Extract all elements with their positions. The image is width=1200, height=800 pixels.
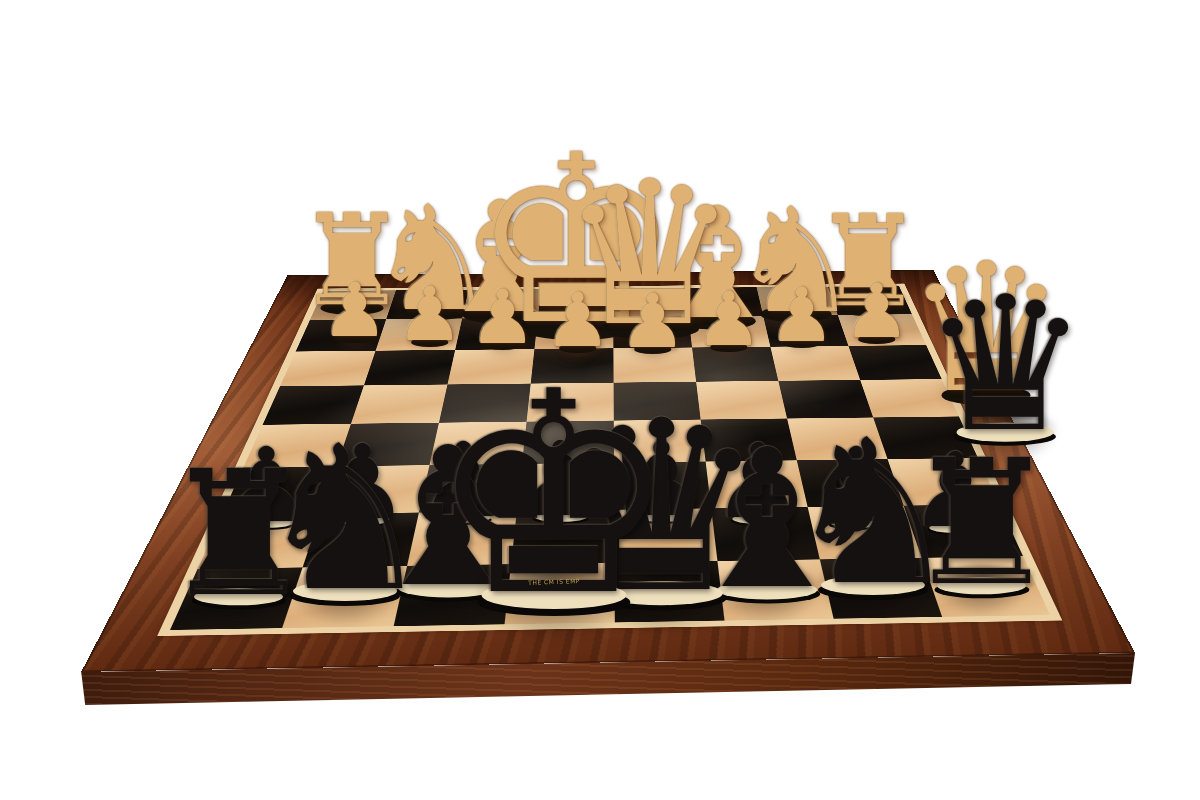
black-king-e8[interactable]: ♚THE CM IS EMP <box>414 355 693 634</box>
black-rook-a8[interactable]: ♜ <box>895 437 1068 610</box>
pawn-glyph: ♟ <box>764 278 839 353</box>
rook-glyph: ♜ <box>895 437 1068 610</box>
black-rook-h8[interactable]: ♜ <box>152 448 325 621</box>
rook-glyph: ♜ <box>152 448 325 621</box>
pawn-glyph: ♟ <box>317 273 392 348</box>
white-pawn-h2[interactable]: ♟ <box>317 273 392 348</box>
pawn-glyph: ♟ <box>691 282 766 357</box>
king-glyph: ♚ <box>414 355 693 634</box>
white-pawn-b2[interactable]: ♟ <box>764 278 839 353</box>
white-pawn-c2[interactable]: ♟ <box>691 282 766 357</box>
square-h3[interactable] <box>280 351 376 387</box>
chess-photo-stage: ♜♜♞♞♝♝♚♛♟♟♟♟♟♟♟♟♛♛♟♟♟♟♟♟♟♟♞♜♝♝♞♛♚THE CM … <box>0 0 1200 800</box>
